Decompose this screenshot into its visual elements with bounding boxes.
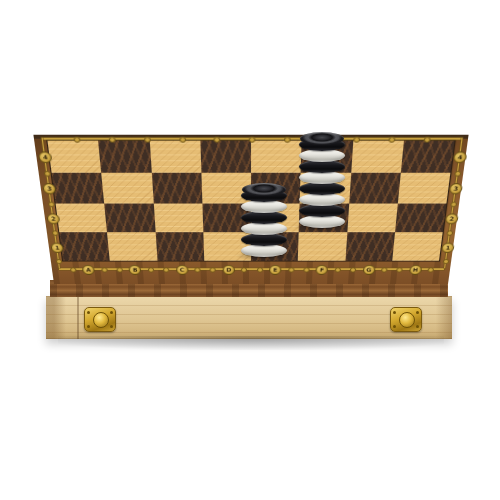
file-label-d: D [222,265,234,275]
square-h2[interactable] [395,203,447,232]
checker-stack-f2[interactable] [299,138,345,234]
ring-dot [116,267,123,272]
ring-dot [214,136,221,142]
ring-dot [44,171,51,177]
file-label-g: G [362,265,375,275]
ring-dot [74,136,81,142]
ground-shadow [58,336,444,350]
square-a2[interactable] [56,203,108,232]
ring-dot [163,267,169,272]
square-g4[interactable] [351,141,404,173]
ring-dot [70,267,77,272]
checker-top-face-icon [300,132,344,145]
ring-dot [450,201,457,206]
ring-dot [194,267,200,272]
ring-dot [109,136,116,142]
ring-dot [428,267,435,272]
ring-dot [48,201,55,206]
square-f1[interactable] [298,232,347,260]
left-clasp[interactable] [84,307,116,332]
ring-dot [303,267,309,272]
ring-dot [284,136,291,142]
ring-dot [179,136,186,142]
ring-dot [447,231,454,236]
square-c1[interactable] [155,232,204,260]
square-g1[interactable] [345,232,395,260]
checker-piece-black[interactable] [299,138,345,151]
ring-dot [454,171,461,177]
rank-label-right-2: 2 [445,213,459,224]
ring-dot [210,267,216,272]
file-label-f: F [316,265,329,275]
ring-dot [350,267,356,272]
square-e4[interactable] [251,141,302,173]
square-b3[interactable] [101,173,153,204]
square-h3[interactable] [398,173,451,204]
file-label-h: H [409,265,422,275]
ring-dot [52,231,59,236]
square-c2[interactable] [153,203,203,232]
ring-dot [101,267,108,272]
square-d4[interactable] [200,141,251,173]
ring-dot [257,267,263,272]
ring-dot [334,267,340,272]
file-label-c: C [176,265,189,275]
scene: ABCDEFGH44332211 [0,0,500,500]
ring-dot [423,136,430,142]
ring-dot [388,136,395,142]
square-b4[interactable] [98,141,151,173]
checker-piece-black[interactable] [241,189,287,202]
file-label-e: E [269,265,281,275]
ring-dot [397,267,404,272]
checker-top-face-icon [242,183,286,196]
ring-dot [443,259,450,264]
box-front-seam [77,296,79,339]
ring-dot [56,259,63,264]
ring-dot [148,267,154,272]
square-b1[interactable] [107,232,157,260]
square-a4[interactable] [47,141,101,173]
square-h4[interactable] [401,141,455,173]
square-h1[interactable] [392,232,443,260]
square-b2[interactable] [104,203,155,232]
ring-dot [144,136,151,142]
right-clasp[interactable] [390,307,422,332]
square-a3[interactable] [52,173,105,204]
file-label-b: B [129,265,142,275]
ring-dot [381,267,388,272]
square-c3[interactable] [151,173,202,204]
right-clasp-knob-icon [399,312,415,328]
square-g2[interactable] [347,203,398,232]
left-clasp-knob-icon [93,312,109,328]
file-label-a: A [82,265,95,275]
square-a1[interactable] [59,232,110,260]
rank-label-right-4: 4 [453,152,468,164]
square-g3[interactable] [349,173,401,204]
ring-dot [241,267,247,272]
checker-stack-e1[interactable] [241,189,287,263]
rank-label-right-1: 1 [441,242,455,252]
rank-label-right-3: 3 [449,183,463,194]
square-c4[interactable] [149,141,201,173]
ring-dot [249,136,256,142]
ring-dot [288,267,294,272]
